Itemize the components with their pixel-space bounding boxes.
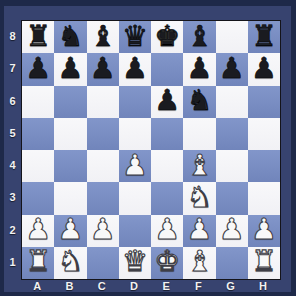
piece-black-knight-f6[interactable]: ♞ <box>186 86 212 115</box>
square-g1[interactable] <box>216 247 248 279</box>
square-c1[interactable] <box>87 247 119 279</box>
square-h6[interactable] <box>248 86 280 118</box>
square-h5[interactable] <box>248 118 280 150</box>
piece-black-bishop-f8[interactable]: ♝ <box>186 22 212 51</box>
square-f5[interactable] <box>183 118 215 150</box>
square-g5[interactable] <box>216 118 248 150</box>
square-b1[interactable]: ♞ <box>54 247 86 279</box>
square-h3[interactable] <box>248 182 280 214</box>
piece-white-bishop-f1[interactable]: ♝ <box>186 247 212 276</box>
piece-white-queen-d1[interactable]: ♛ <box>122 247 148 276</box>
file-label-h: H <box>247 279 279 292</box>
square-d2[interactable] <box>119 215 151 247</box>
square-c3[interactable] <box>87 182 119 214</box>
square-e4[interactable] <box>151 150 183 182</box>
piece-black-pawn-h7[interactable]: ♟ <box>251 54 277 83</box>
piece-white-rook-h1[interactable]: ♜ <box>251 247 277 276</box>
piece-white-pawn-a2[interactable]: ♟ <box>25 215 51 244</box>
file-labels: ABCDEFGH <box>21 279 279 292</box>
square-g4[interactable] <box>216 150 248 182</box>
square-a7[interactable]: ♟ <box>22 53 54 85</box>
square-b6[interactable] <box>54 86 86 118</box>
piece-white-pawn-h2[interactable]: ♟ <box>251 215 277 244</box>
square-h2[interactable]: ♟ <box>248 215 280 247</box>
rank-label-6: 6 <box>4 85 21 117</box>
piece-white-pawn-e2[interactable]: ♟ <box>154 215 180 244</box>
piece-white-king-e1[interactable]: ♚ <box>154 247 180 276</box>
square-a1[interactable]: ♜ <box>22 247 54 279</box>
square-g8[interactable] <box>216 21 248 53</box>
piece-white-pawn-c2[interactable]: ♟ <box>90 215 116 244</box>
square-f8[interactable]: ♝ <box>183 21 215 53</box>
piece-black-pawn-f7[interactable]: ♟ <box>186 54 212 83</box>
piece-black-pawn-a7[interactable]: ♟ <box>25 54 51 83</box>
square-c5[interactable] <box>87 118 119 150</box>
square-b3[interactable] <box>54 182 86 214</box>
square-g7[interactable]: ♟ <box>216 53 248 85</box>
piece-white-pawn-b2[interactable]: ♟ <box>57 215 83 244</box>
file-label-a: A <box>21 279 53 292</box>
square-c2[interactable]: ♟ <box>87 215 119 247</box>
square-e3[interactable] <box>151 182 183 214</box>
piece-black-rook-h8[interactable]: ♜ <box>251 22 277 51</box>
square-g3[interactable] <box>216 182 248 214</box>
square-b2[interactable]: ♟ <box>54 215 86 247</box>
square-a5[interactable] <box>22 118 54 150</box>
square-a4[interactable] <box>22 150 54 182</box>
square-c7[interactable]: ♟ <box>87 53 119 85</box>
file-label-g: G <box>215 279 247 292</box>
piece-black-pawn-c7[interactable]: ♟ <box>90 54 116 83</box>
square-b4[interactable] <box>54 150 86 182</box>
square-d1[interactable]: ♛ <box>119 247 151 279</box>
rank-label-3: 3 <box>4 181 21 213</box>
file-label-f: F <box>182 279 214 292</box>
square-d4[interactable]: ♟ <box>119 150 151 182</box>
square-b8[interactable]: ♞ <box>54 21 86 53</box>
file-label-e: E <box>150 279 182 292</box>
square-e1[interactable]: ♚ <box>151 247 183 279</box>
square-e6[interactable]: ♟ <box>151 86 183 118</box>
piece-white-bishop-f4[interactable]: ♝ <box>186 151 212 180</box>
piece-white-pawn-f2[interactable]: ♟ <box>186 215 212 244</box>
square-d3[interactable] <box>119 182 151 214</box>
square-f7[interactable]: ♟ <box>183 53 215 85</box>
square-c8[interactable]: ♝ <box>87 21 119 53</box>
square-f1[interactable]: ♝ <box>183 247 215 279</box>
square-d7[interactable]: ♟ <box>119 53 151 85</box>
piece-black-pawn-b7[interactable]: ♟ <box>57 54 83 83</box>
square-f2[interactable]: ♟ <box>183 215 215 247</box>
square-f3[interactable]: ♞ <box>183 182 215 214</box>
square-h7[interactable]: ♟ <box>248 53 280 85</box>
square-c6[interactable] <box>87 86 119 118</box>
piece-black-pawn-e6[interactable]: ♟ <box>154 86 180 115</box>
square-f4[interactable]: ♝ <box>183 150 215 182</box>
square-e2[interactable]: ♟ <box>151 215 183 247</box>
board-frame: 87654321 ♜♞♝♛♚♝♜♟♟♟♟♟♟♟♟♞♟♝♞♟♟♟♟♟♟♟♜♞♛♚♝… <box>0 0 296 296</box>
square-e8[interactable]: ♚ <box>151 21 183 53</box>
rank-labels: 87654321 <box>4 20 21 278</box>
rank-label-5: 5 <box>4 117 21 149</box>
rank-label-4: 4 <box>4 149 21 181</box>
piece-black-queen-d8[interactable]: ♛ <box>122 22 148 51</box>
file-label-b: B <box>53 279 85 292</box>
square-a2[interactable]: ♟ <box>22 215 54 247</box>
square-h4[interactable] <box>248 150 280 182</box>
rank-label-1: 1 <box>4 246 21 278</box>
square-d8[interactable]: ♛ <box>119 21 151 53</box>
square-f6[interactable]: ♞ <box>183 86 215 118</box>
chess-board[interactable]: ♜♞♝♛♚♝♜♟♟♟♟♟♟♟♟♞♟♝♞♟♟♟♟♟♟♟♜♞♛♚♝♜ <box>21 20 281 280</box>
piece-white-knight-b1[interactable]: ♞ <box>57 247 83 276</box>
square-e7[interactable] <box>151 53 183 85</box>
file-label-c: C <box>86 279 118 292</box>
piece-white-pawn-g2[interactable]: ♟ <box>219 215 245 244</box>
piece-white-pawn-d4[interactable]: ♟ <box>122 151 148 180</box>
square-a3[interactable] <box>22 182 54 214</box>
square-d5[interactable] <box>119 118 151 150</box>
piece-black-pawn-d7[interactable]: ♟ <box>122 54 148 83</box>
square-h1[interactable]: ♜ <box>248 247 280 279</box>
rank-label-8: 8 <box>4 20 21 52</box>
square-g2[interactable]: ♟ <box>216 215 248 247</box>
piece-white-rook-a1[interactable]: ♜ <box>25 247 51 276</box>
square-h8[interactable]: ♜ <box>248 21 280 53</box>
square-e5[interactable] <box>151 118 183 150</box>
piece-black-pawn-g7[interactable]: ♟ <box>219 54 245 83</box>
square-c4[interactable] <box>87 150 119 182</box>
piece-black-king-e8[interactable]: ♚ <box>154 22 180 51</box>
piece-black-knight-b8[interactable]: ♞ <box>57 22 83 51</box>
piece-black-bishop-c8[interactable]: ♝ <box>90 22 116 51</box>
square-b5[interactable] <box>54 118 86 150</box>
square-a8[interactable]: ♜ <box>22 21 54 53</box>
piece-black-rook-a8[interactable]: ♜ <box>25 22 51 51</box>
rank-label-2: 2 <box>4 214 21 246</box>
piece-white-knight-f3[interactable]: ♞ <box>186 183 212 212</box>
square-b7[interactable]: ♟ <box>54 53 86 85</box>
rank-label-7: 7 <box>4 52 21 84</box>
square-g6[interactable] <box>216 86 248 118</box>
file-label-d: D <box>118 279 150 292</box>
square-a6[interactable] <box>22 86 54 118</box>
square-d6[interactable] <box>119 86 151 118</box>
